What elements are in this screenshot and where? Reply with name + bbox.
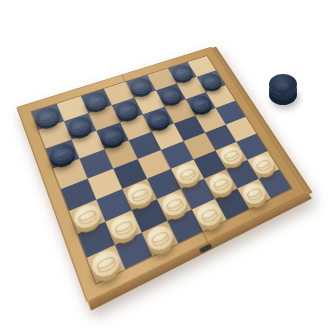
offboard-piece-stack: ⛂ bbox=[269, 74, 297, 95]
board-shadow: ⛂⛂⛂⛂⛂⛂⛂⛂⛂⛂⛂⛂⛀⛀⛀⛀⛀⛀⛀⛀⛀⛀⛀⛀ bbox=[0, 0, 332, 332]
checkers-board: ⛂⛂⛂⛂⛂⛂⛂⛂⛂⛂⛂⛂⛀⛀⛀⛀⛀⛀⛀⛀⛀⛀⛀⛀ bbox=[16, 47, 307, 303]
product-photo-stage: ⛂⛂⛂⛂⛂⛂⛂⛂⛂⛂⛂⛂⛀⛀⛀⛀⛀⛀⛀⛀⛀⛀⛀⛀ ⛂ bbox=[0, 0, 332, 332]
